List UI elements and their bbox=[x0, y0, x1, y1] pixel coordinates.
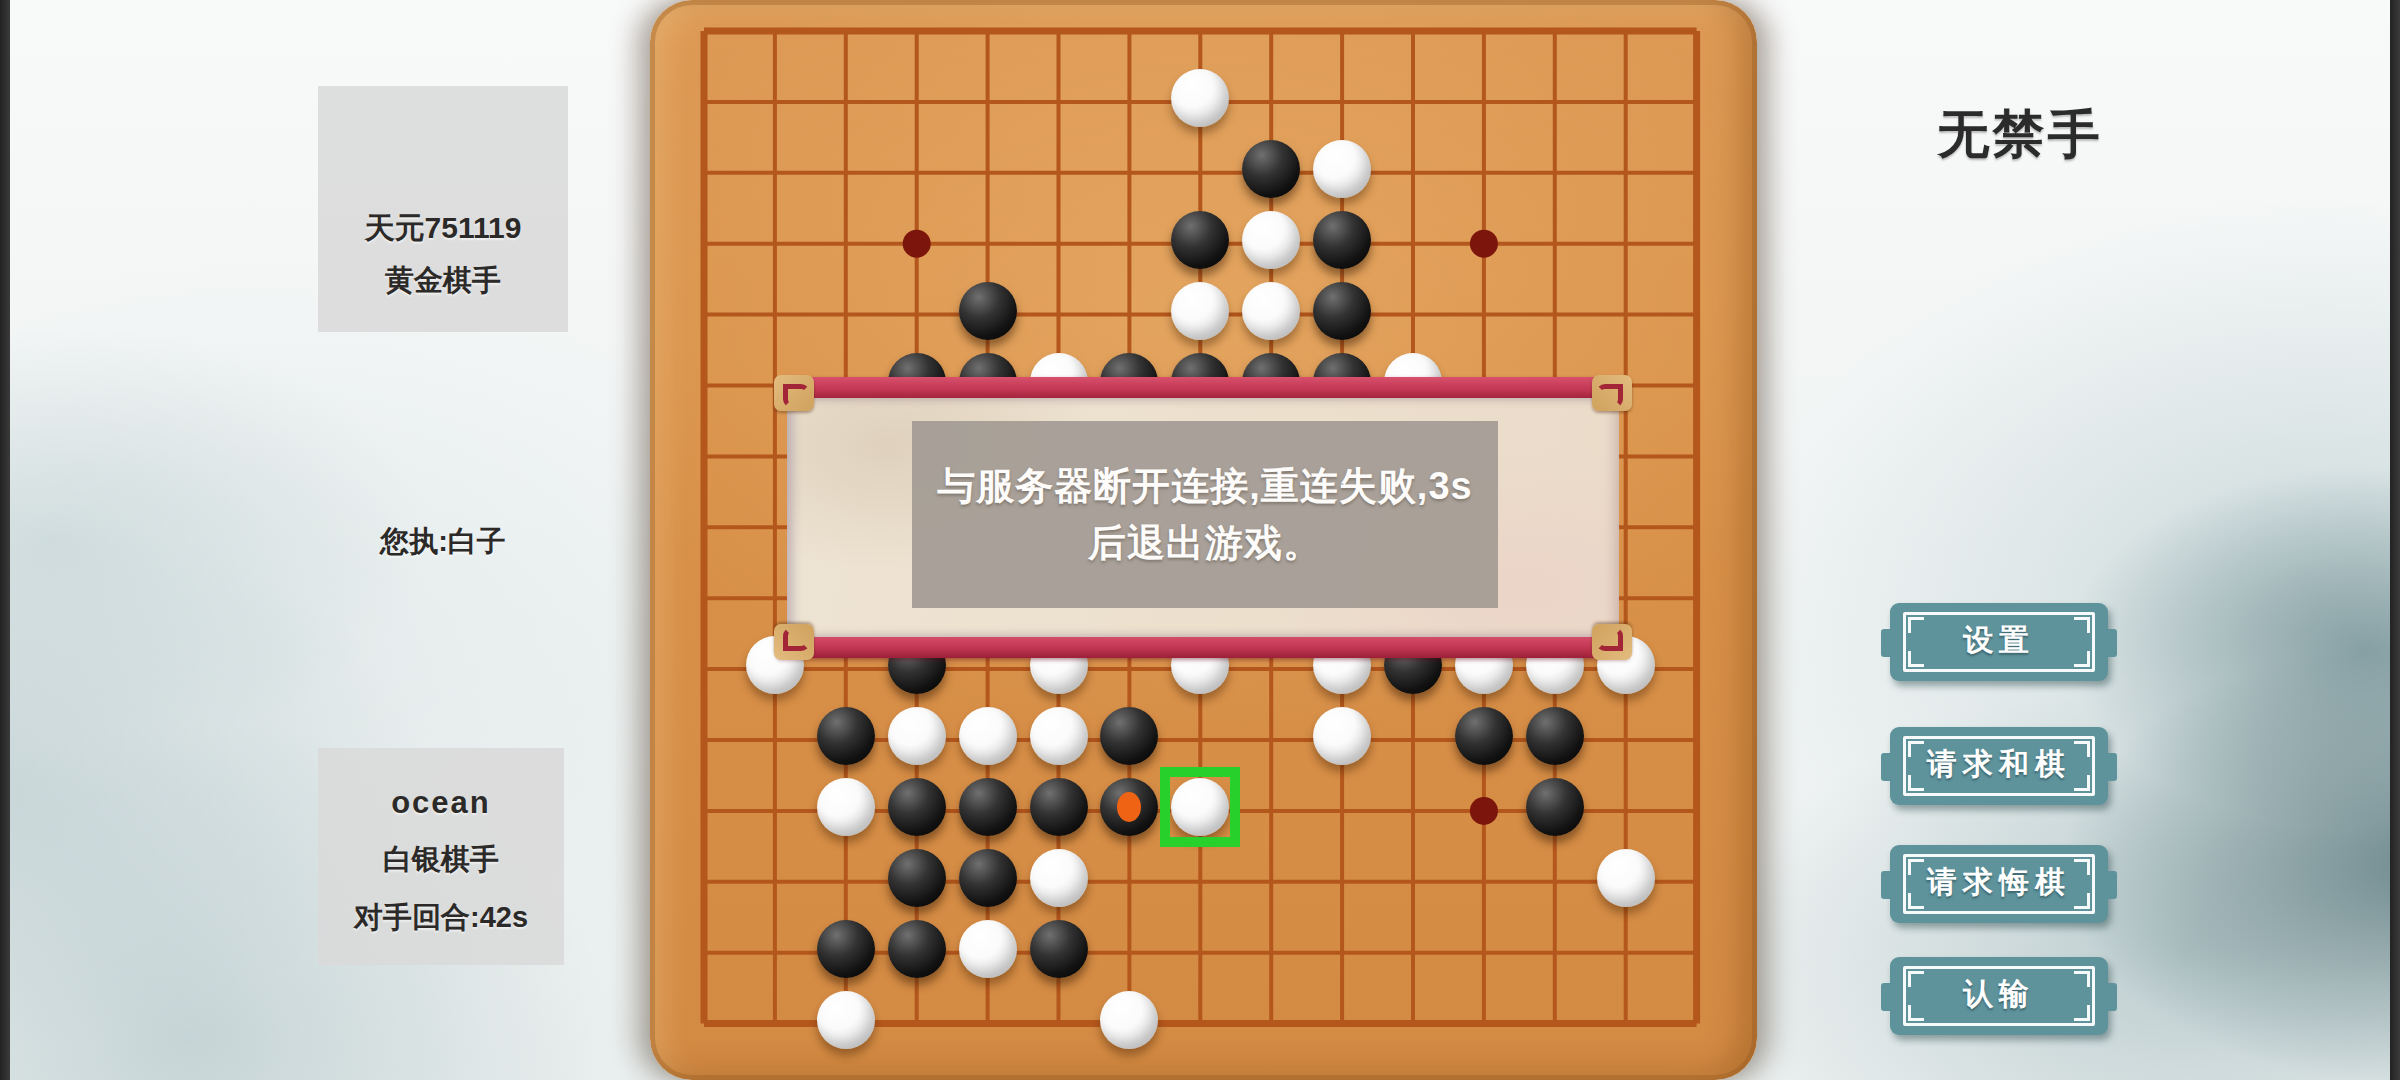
screen-edge-left bbox=[0, 0, 10, 1080]
white-stone bbox=[1171, 282, 1229, 340]
black-stone bbox=[959, 778, 1017, 836]
black-stone bbox=[1030, 920, 1088, 978]
white-stone bbox=[959, 920, 1017, 978]
request-draw-button[interactable]: 请求和棋 bbox=[1890, 727, 2108, 805]
white-stone bbox=[1171, 69, 1229, 127]
player-name: ocean bbox=[318, 785, 564, 821]
white-stone bbox=[888, 707, 946, 765]
rule-mode-title: 无禁手 bbox=[1910, 100, 2130, 170]
disconnect-dialog: 与服务器断开连接,重连失败,3s 后退出游戏。 bbox=[777, 377, 1629, 658]
game-screen: 天元751119 黄金棋手 您执:白子 ocean 白银棋手 对手回合:42s … bbox=[0, 0, 2400, 1080]
dialog-message-line2: 后退出游戏。 bbox=[912, 515, 1498, 572]
opponent-name: 天元751119 bbox=[318, 208, 568, 249]
black-stone bbox=[1313, 211, 1371, 269]
black-stone bbox=[1171, 211, 1229, 269]
white-stone bbox=[817, 991, 875, 1049]
scroll-cap-icon bbox=[774, 375, 814, 411]
black-stone bbox=[1030, 778, 1088, 836]
request-undo-button-label: 请求悔棋 bbox=[1890, 862, 2108, 903]
resign-button[interactable]: 认输 bbox=[1890, 957, 2108, 1035]
dialog-message-box: 与服务器断开连接,重连失败,3s 后退出游戏。 bbox=[912, 421, 1498, 608]
black-stone bbox=[1455, 707, 1513, 765]
white-stone bbox=[1313, 707, 1371, 765]
scroll-top-band bbox=[777, 377, 1629, 400]
black-stone bbox=[1526, 778, 1584, 836]
white-stone bbox=[1242, 211, 1300, 269]
white-stone bbox=[1597, 849, 1655, 907]
settings-button-label: 设置 bbox=[1890, 620, 2108, 661]
last-white-move-highlight bbox=[1160, 767, 1240, 847]
black-stone bbox=[1313, 282, 1371, 340]
opponent-rank: 黄金棋手 bbox=[318, 261, 568, 301]
scroll-bottom-band bbox=[777, 635, 1629, 658]
black-stone bbox=[1100, 707, 1158, 765]
screen-edge-right bbox=[2390, 0, 2400, 1080]
scroll-cap-icon bbox=[774, 624, 814, 660]
white-stone bbox=[959, 707, 1017, 765]
black-stone bbox=[817, 707, 875, 765]
white-stone bbox=[817, 778, 875, 836]
player-rank: 白银棋手 bbox=[318, 840, 564, 880]
white-stone bbox=[1030, 707, 1088, 765]
black-stone bbox=[959, 849, 1017, 907]
resign-button-label: 认输 bbox=[1890, 974, 2108, 1015]
scroll-cap-icon bbox=[1592, 375, 1632, 411]
black-stone bbox=[959, 282, 1017, 340]
request-draw-button-label: 请求和棋 bbox=[1890, 744, 2108, 785]
black-stone bbox=[1242, 140, 1300, 198]
black-stone bbox=[817, 920, 875, 978]
black-stone bbox=[1526, 707, 1584, 765]
black-stone bbox=[888, 778, 946, 836]
white-stone bbox=[1242, 282, 1300, 340]
opponent-info-panel: 天元751119 黄金棋手 bbox=[318, 86, 568, 332]
request-undo-button[interactable]: 请求悔棋 bbox=[1890, 845, 2108, 923]
black-stone bbox=[888, 849, 946, 907]
white-stone bbox=[1030, 849, 1088, 907]
white-stone bbox=[1313, 140, 1371, 198]
your-color-label: 您执:白子 bbox=[318, 522, 568, 562]
opponent-turn-timer: 对手回合:42s bbox=[318, 898, 564, 938]
white-stone bbox=[1100, 991, 1158, 1049]
scroll-cap-icon bbox=[1592, 624, 1632, 660]
black-stone bbox=[888, 920, 946, 978]
settings-button[interactable]: 设置 bbox=[1890, 603, 2108, 681]
player-info-panel: ocean 白银棋手 对手回合:42s bbox=[318, 748, 564, 965]
dialog-message-line1: 与服务器断开连接,重连失败,3s bbox=[912, 458, 1498, 515]
